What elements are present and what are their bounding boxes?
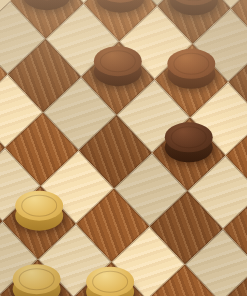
piece-top [94,46,142,76]
dark-checker-piece[interactable] [165,122,213,162]
checkers-board-photo [0,0,247,296]
light-checker-piece[interactable] [15,191,63,231]
piece-top [165,122,213,152]
checkers-board [0,0,247,296]
dark-checker-piece[interactable] [96,0,144,13]
piece-top [86,267,134,296]
dark-checker-piece[interactable] [94,46,142,86]
light-checker-piece[interactable] [13,264,61,296]
dark-checker-piece[interactable] [167,49,215,89]
piece-top [15,191,63,221]
piece-top [13,264,61,294]
dark-checker-piece[interactable] [170,0,218,15]
dark-checker-piece[interactable] [23,0,71,10]
light-checker-piece[interactable] [86,267,134,296]
piece-top [167,49,215,79]
